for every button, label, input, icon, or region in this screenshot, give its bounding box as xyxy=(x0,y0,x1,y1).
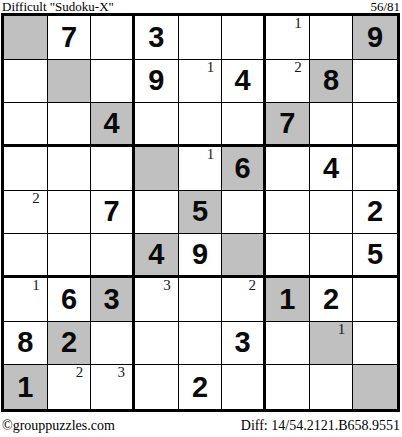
copyright-text: ©grouppuzzles.com xyxy=(2,418,115,434)
cell-r5c1[interactable]: 2 xyxy=(4,191,48,235)
given-digit: 9 xyxy=(135,60,178,103)
puzzle-footer: ©grouppuzzles.com Diff: 14/54.2121.B658.… xyxy=(0,412,402,434)
pencil-mark: 3 xyxy=(118,364,126,381)
cell-r3c5[interactable] xyxy=(179,103,223,147)
cell-r3c3[interactable]: 4 xyxy=(91,103,135,147)
cell-r4c8[interactable]: 4 xyxy=(310,147,354,191)
given-digit: 2 xyxy=(48,322,91,365)
given-digit: 1 xyxy=(4,365,47,409)
cell-r3c8[interactable] xyxy=(310,103,354,147)
cell-r5c6[interactable] xyxy=(222,191,266,235)
given-digit: 4 xyxy=(222,60,263,103)
given-digit: 6 xyxy=(222,147,263,190)
given-digit: 8 xyxy=(4,322,47,365)
pencil-mark: 1 xyxy=(207,59,215,76)
given-digit: 7 xyxy=(91,191,132,234)
cell-r1c5[interactable] xyxy=(179,16,223,60)
cell-r8c4[interactable] xyxy=(135,322,179,366)
cell-r1c7[interactable]: 1 xyxy=(266,16,310,60)
cell-r9c4[interactable] xyxy=(135,365,179,409)
cell-r4c9[interactable] xyxy=(353,147,397,191)
cell-r4c3[interactable] xyxy=(91,147,135,191)
cell-r2c6[interactable]: 4 xyxy=(222,60,266,104)
given-digit: 6 xyxy=(48,278,91,321)
cell-r2c2[interactable] xyxy=(48,60,92,104)
given-digit: 2 xyxy=(179,365,222,409)
pencil-mark: 1 xyxy=(338,321,346,338)
given-digit: 3 xyxy=(222,322,263,365)
cell-r1c4[interactable]: 3 xyxy=(135,16,179,60)
cell-r6c7[interactable] xyxy=(266,234,310,278)
pencil-mark: 2 xyxy=(249,277,257,294)
cell-r8c5[interactable] xyxy=(179,322,223,366)
given-digit: 2 xyxy=(353,191,397,234)
cell-r6c1[interactable] xyxy=(4,234,48,278)
cell-r4c4[interactable] xyxy=(135,147,179,191)
cell-r5c2[interactable] xyxy=(48,191,92,235)
given-digit: 5 xyxy=(353,234,397,275)
sudoku-board: 731991428471642752495163321282311232 xyxy=(1,13,400,412)
cell-r9c6[interactable] xyxy=(222,365,266,409)
cell-r5c5[interactable]: 5 xyxy=(179,191,223,235)
cell-r4c1[interactable] xyxy=(4,147,48,191)
cell-r4c2[interactable] xyxy=(48,147,92,191)
cell-r2c9[interactable] xyxy=(353,60,397,104)
cell-r2c3[interactable] xyxy=(91,60,135,104)
cell-r8c8[interactable]: 1 xyxy=(310,322,354,366)
remaining-counter: 56/81 xyxy=(370,0,400,13)
given-digit: 4 xyxy=(135,234,178,275)
given-digit: 1 xyxy=(266,278,309,321)
cell-r9c7[interactable] xyxy=(266,365,310,409)
cell-r9c3[interactable]: 3 xyxy=(91,365,135,409)
cell-r4c7[interactable] xyxy=(266,147,310,191)
cell-r1c8[interactable] xyxy=(310,16,354,60)
cell-r7c6[interactable]: 2 xyxy=(222,278,266,322)
puzzle-header: Difficult "Sudoku-X" 56/81 xyxy=(0,0,402,13)
cell-r1c2[interactable]: 7 xyxy=(48,16,92,60)
cell-r3c9[interactable] xyxy=(353,103,397,147)
given-digit: 5 xyxy=(179,191,222,234)
cell-r2c7[interactable]: 2 xyxy=(266,60,310,104)
cell-r5c8[interactable] xyxy=(310,191,354,235)
difficulty-code: Diff: 14/54.2121.B658.9551 xyxy=(241,418,400,434)
given-digit: 9 xyxy=(179,234,222,275)
cell-r9c5[interactable]: 2 xyxy=(179,365,223,409)
cell-r6c5[interactable]: 9 xyxy=(179,234,223,278)
cell-r6c2[interactable] xyxy=(48,234,92,278)
cell-r2c8[interactable]: 8 xyxy=(310,60,354,104)
cell-r3c6[interactable] xyxy=(222,103,266,147)
pencil-mark: 2 xyxy=(32,190,40,207)
given-digit: 7 xyxy=(48,16,91,59)
given-digit: 3 xyxy=(135,16,178,59)
pencil-mark: 3 xyxy=(163,277,171,294)
cell-r8c2[interactable]: 2 xyxy=(48,322,92,366)
cell-r6c3[interactable] xyxy=(91,234,135,278)
cell-r9c1[interactable]: 1 xyxy=(4,365,48,409)
cell-r8c7[interactable] xyxy=(266,322,310,366)
cell-r2c1[interactable] xyxy=(4,60,48,104)
given-digit: 4 xyxy=(91,103,132,144)
cell-r3c7[interactable]: 7 xyxy=(266,103,310,147)
cell-r7c3[interactable]: 3 xyxy=(91,278,135,322)
puzzle-title: Difficult "Sudoku-X" xyxy=(2,0,114,13)
cell-r7c7[interactable]: 1 xyxy=(266,278,310,322)
cell-r9c8[interactable] xyxy=(310,365,354,409)
given-digit: 8 xyxy=(310,60,353,103)
cell-r8c9[interactable] xyxy=(353,322,397,366)
pencil-mark: 2 xyxy=(76,364,84,381)
cell-r6c4[interactable]: 4 xyxy=(135,234,179,278)
puzzle-page: Difficult "Sudoku-X" 56/81 7319914284716… xyxy=(0,0,402,437)
cell-r5c9[interactable]: 2 xyxy=(353,191,397,235)
pencil-mark: 1 xyxy=(294,15,302,32)
cell-r3c2[interactable] xyxy=(48,103,92,147)
cell-r8c3[interactable] xyxy=(91,322,135,366)
cell-r4c6[interactable]: 6 xyxy=(222,147,266,191)
given-digit: 4 xyxy=(310,147,353,190)
cell-r7c8[interactable]: 2 xyxy=(310,278,354,322)
cell-r9c9[interactable] xyxy=(353,365,397,409)
cell-r7c5[interactable] xyxy=(179,278,223,322)
given-digit: 9 xyxy=(353,16,397,59)
cell-r5c7[interactable] xyxy=(266,191,310,235)
cell-r6c8[interactable] xyxy=(310,234,354,278)
cell-r8c1[interactable]: 8 xyxy=(4,322,48,366)
cell-r5c3[interactable]: 7 xyxy=(91,191,135,235)
given-digit: 7 xyxy=(266,103,309,144)
cell-r1c1[interactable] xyxy=(4,16,48,60)
cell-r9c2[interactable]: 2 xyxy=(48,365,92,409)
cell-r1c9[interactable]: 9 xyxy=(353,16,397,60)
cell-r7c1[interactable]: 1 xyxy=(4,278,48,322)
cell-r5c4[interactable] xyxy=(135,191,179,235)
cell-r1c3[interactable] xyxy=(91,16,135,60)
cell-r3c4[interactable] xyxy=(135,103,179,147)
cell-r4c5[interactable]: 1 xyxy=(179,147,223,191)
cell-r2c5[interactable]: 1 xyxy=(179,60,223,104)
cell-r7c2[interactable]: 6 xyxy=(48,278,92,322)
cell-r6c9[interactable]: 5 xyxy=(353,234,397,278)
cell-r3c1[interactable] xyxy=(4,103,48,147)
cell-r1c6[interactable] xyxy=(222,16,266,60)
pencil-mark: 1 xyxy=(32,277,40,294)
cell-r7c4[interactable]: 3 xyxy=(135,278,179,322)
cell-r8c6[interactable]: 3 xyxy=(222,322,266,366)
pencil-mark: 2 xyxy=(294,59,302,76)
pencil-mark: 1 xyxy=(207,146,215,163)
given-digit: 3 xyxy=(91,278,132,321)
cell-r6c6[interactable] xyxy=(222,234,266,278)
cell-r7c9[interactable] xyxy=(353,278,397,322)
given-digit: 2 xyxy=(310,278,353,321)
cell-r2c4[interactable]: 9 xyxy=(135,60,179,104)
